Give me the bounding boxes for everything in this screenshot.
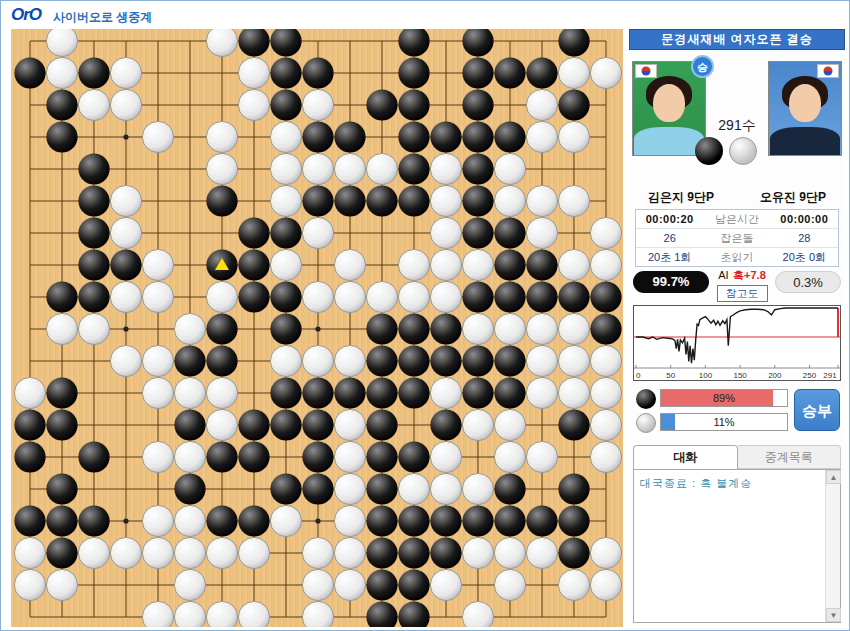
black-stone <box>398 29 429 57</box>
white-stone <box>110 185 141 216</box>
black-stone <box>590 281 621 312</box>
white-stone <box>590 57 621 88</box>
white-stone <box>46 57 77 88</box>
black-stone <box>174 345 205 376</box>
black-stone <box>398 185 429 216</box>
black-stone <box>366 601 397 627</box>
white-stone <box>174 505 205 536</box>
captures-label: 잡은돌 <box>703 229 770 247</box>
white-stone <box>270 249 301 280</box>
tab-broadcast-list[interactable]: 중계목록 <box>738 445 842 469</box>
black-stone <box>398 441 429 472</box>
black-stone <box>270 217 301 248</box>
ai-white-winrate-pill: 0.3% <box>775 271 841 293</box>
black-stone <box>78 153 109 184</box>
white-stone <box>206 601 237 627</box>
ai-black-winrate-pill: 99.7% <box>633 271 709 293</box>
white-stone <box>206 537 237 568</box>
black-stone <box>78 505 109 536</box>
white-stone <box>270 121 301 152</box>
white-captures: 28 <box>771 229 838 247</box>
white-stone <box>110 537 141 568</box>
black-stone <box>270 409 301 440</box>
black-stone <box>462 281 493 312</box>
chat-scrollbar[interactable]: ▲ ▼ <box>825 470 840 622</box>
black-stone <box>398 601 429 627</box>
go-board[interactable] <box>11 29 623 627</box>
white-stone <box>14 537 45 568</box>
black-stone <box>334 377 365 408</box>
black-stone <box>494 249 525 280</box>
white-stone <box>302 217 333 248</box>
white-stone <box>238 89 269 120</box>
match-title: 문경새재배 여자오픈 결승 <box>629 29 845 50</box>
scroll-down-icon[interactable]: ▼ <box>826 608 841 622</box>
white-stone <box>334 537 365 568</box>
cyberoro-live-page: OrO 사이버오로 생중계 문경새재배 여자오픈 결승 승 291수 김은지 9… <box>0 0 850 631</box>
white-player-photo <box>768 61 842 156</box>
black-stone <box>526 57 557 88</box>
x-tick-label: 250 <box>803 371 817 380</box>
white-stone <box>366 281 397 312</box>
black-stone <box>270 377 301 408</box>
white-stone <box>558 377 589 408</box>
white-stone <box>334 409 365 440</box>
black-stone <box>398 121 429 152</box>
black-stone <box>462 153 493 184</box>
black-stone <box>366 345 397 376</box>
black-stone <box>110 249 141 280</box>
black-stone <box>46 505 77 536</box>
black-stone <box>526 281 557 312</box>
chat-tabs: 대화 중계목록 <box>633 445 841 469</box>
white-stone <box>462 409 493 440</box>
black-stone <box>430 313 461 344</box>
black-stone <box>270 89 301 120</box>
time-label: 남은시간 <box>703 210 770 228</box>
white-stone <box>142 505 173 536</box>
white-stone <box>398 473 429 504</box>
black-stone <box>46 377 77 408</box>
black-stone <box>398 345 429 376</box>
white-stone <box>558 569 589 600</box>
black-stone <box>206 441 237 472</box>
captures-row: 26 잡은돌 28 <box>636 229 838 248</box>
white-stone <box>238 601 269 627</box>
white-stone <box>142 121 173 152</box>
white-stone <box>430 281 461 312</box>
white-stone <box>334 441 365 472</box>
black-prediction-pct: 89% <box>661 390 787 407</box>
black-stone <box>46 89 77 120</box>
white-stone <box>590 345 621 376</box>
ai-score: 흑+7.8 <box>733 269 766 281</box>
black-stone <box>462 345 493 376</box>
white-stone <box>206 377 237 408</box>
white-stone <box>238 57 269 88</box>
black-stone <box>206 345 237 376</box>
black-player-name: 김은지 9단P <box>621 189 741 206</box>
white-stone <box>334 345 365 376</box>
black-stone <box>78 217 109 248</box>
black-stone <box>78 281 109 312</box>
white-stone <box>110 217 141 248</box>
black-stone <box>46 121 77 152</box>
white-stone-icon <box>729 137 757 165</box>
prediction-block: 89% 11% 승부예측 <box>629 389 845 437</box>
white-stone <box>494 441 525 472</box>
chat-area[interactable]: 대국종료 : 흑 불계승 ▲ ▼ <box>633 469 841 623</box>
white-stone <box>590 537 621 568</box>
white-stone <box>142 377 173 408</box>
black-stone <box>206 313 237 344</box>
black-stone <box>366 441 397 472</box>
x-tick-label: 50 <box>666 371 675 380</box>
white-stone <box>174 441 205 472</box>
white-stone <box>430 217 461 248</box>
black-stone <box>334 185 365 216</box>
black-stone <box>78 249 109 280</box>
white-stone <box>334 505 365 536</box>
black-stone <box>46 281 77 312</box>
black-stone <box>270 57 301 88</box>
black-stone <box>398 153 429 184</box>
black-stone <box>494 121 525 152</box>
black-stone <box>430 409 461 440</box>
black-stone <box>430 505 461 536</box>
black-stone <box>334 121 365 152</box>
winner-badge: 승 <box>691 55 714 78</box>
white-stone <box>526 185 557 216</box>
white-stone <box>174 569 205 600</box>
korea-flag-icon <box>817 64 839 78</box>
black-stone <box>366 185 397 216</box>
white-stone <box>558 121 589 152</box>
time-row: 00:00:20 남은시간 00:00:00 <box>636 210 838 229</box>
face <box>653 84 685 122</box>
black-stone <box>302 377 333 408</box>
white-stone <box>174 313 205 344</box>
white-stone <box>462 601 493 627</box>
black-stone <box>558 505 589 536</box>
white-prediction-bar: 11% <box>660 413 788 431</box>
black-stone <box>302 441 333 472</box>
tab-chat[interactable]: 대화 <box>633 445 738 469</box>
white-stone <box>334 281 365 312</box>
white-stone <box>590 409 621 440</box>
black-stone <box>526 249 557 280</box>
black-stone <box>494 345 525 376</box>
black-stone <box>430 537 461 568</box>
white-stone <box>494 569 525 600</box>
white-stone <box>14 377 45 408</box>
black-stone <box>558 473 589 504</box>
winrate-line <box>636 308 838 363</box>
black-stone <box>558 281 589 312</box>
black-stone <box>366 505 397 536</box>
black-stone <box>206 185 237 216</box>
white-stone <box>590 441 621 472</box>
white-time: 00:00:00 <box>771 210 838 228</box>
white-stone <box>526 121 557 152</box>
black-stone <box>78 441 109 472</box>
reference-diagram-button[interactable]: 참고도 <box>717 285 768 302</box>
white-stone <box>590 249 621 280</box>
white-stone <box>14 569 45 600</box>
black-stone <box>78 185 109 216</box>
white-stone <box>174 601 205 627</box>
white-stone <box>78 537 109 568</box>
white-stone <box>142 345 173 376</box>
white-stone <box>526 217 557 248</box>
move-count: 291수 <box>707 117 767 135</box>
black-stone <box>462 185 493 216</box>
x-tick-label: 291 <box>823 371 837 380</box>
black-stone <box>14 441 45 472</box>
white-stone <box>46 29 77 57</box>
white-stone <box>206 121 237 152</box>
black-stone <box>462 121 493 152</box>
black-stone <box>366 89 397 120</box>
white-stone <box>110 89 141 120</box>
white-stone <box>590 217 621 248</box>
chat-message: 대국종료 : 흑 불계승 <box>640 476 752 491</box>
black-stone <box>238 441 269 472</box>
white-stone <box>558 313 589 344</box>
white-stone <box>142 537 173 568</box>
white-stone <box>526 345 557 376</box>
face <box>789 84 821 122</box>
black-stone <box>270 281 301 312</box>
black-stone <box>494 57 525 88</box>
white-stone <box>494 313 525 344</box>
black-stone <box>302 409 333 440</box>
black-stone <box>590 313 621 344</box>
shirt <box>770 127 840 155</box>
white-stone <box>430 377 461 408</box>
black-stone <box>366 537 397 568</box>
black-stone <box>462 377 493 408</box>
white-stone <box>366 153 397 184</box>
black-stone <box>462 29 493 57</box>
white-stone <box>558 345 589 376</box>
white-stone <box>238 537 269 568</box>
black-stone <box>462 505 493 536</box>
black-stone <box>14 505 45 536</box>
star-point <box>315 326 320 331</box>
black-stone <box>238 29 269 57</box>
white-stone <box>142 281 173 312</box>
black-stone <box>366 377 397 408</box>
black-stone <box>14 409 45 440</box>
header: OrO 사이버오로 생중계 <box>1 1 849 27</box>
black-stone-icon <box>695 137 723 165</box>
white-stone <box>78 89 109 120</box>
black-stone <box>558 537 589 568</box>
white-stone <box>494 537 525 568</box>
white-stone <box>206 281 237 312</box>
black-prediction-bar: 89% <box>660 389 788 407</box>
oro-logo-icon[interactable]: OrO <box>11 5 41 25</box>
x-tick-label: 150 <box>733 371 747 380</box>
black-stone <box>462 57 493 88</box>
black-stone <box>238 249 269 280</box>
white-stone <box>558 185 589 216</box>
white-prediction-pct: 11% <box>661 414 787 431</box>
black-stone <box>302 121 333 152</box>
white-stone <box>430 153 461 184</box>
star-point <box>123 326 128 331</box>
white-stone <box>526 89 557 120</box>
black-stone <box>238 409 269 440</box>
white-stone <box>430 569 461 600</box>
white-stone <box>302 569 333 600</box>
white-stone <box>142 441 173 472</box>
white-stone <box>334 473 365 504</box>
white-stone <box>206 29 237 57</box>
black-stone <box>46 409 77 440</box>
white-stone <box>334 569 365 600</box>
black-stone <box>494 377 525 408</box>
black-stone <box>558 29 589 57</box>
black-stone <box>302 185 333 216</box>
black-stone <box>366 313 397 344</box>
black-stone <box>398 57 429 88</box>
white-stone <box>302 89 333 120</box>
ai-eval: AI 흑+7.8 참고도 <box>711 265 773 302</box>
black-stone-icon <box>636 389 656 409</box>
black-stone <box>14 57 45 88</box>
black-stone <box>430 121 461 152</box>
white-stone <box>142 601 173 627</box>
korea-flag-icon <box>635 64 657 78</box>
x-tick-label: 200 <box>768 371 782 380</box>
white-stone <box>430 473 461 504</box>
white-stone <box>302 345 333 376</box>
black-stone <box>462 217 493 248</box>
white-stone <box>78 313 109 344</box>
white-stone-icon <box>636 413 656 433</box>
black-stone <box>238 505 269 536</box>
black-stone <box>302 57 333 88</box>
white-stone <box>590 569 621 600</box>
black-stone <box>78 57 109 88</box>
black-stone <box>398 313 429 344</box>
star-point <box>123 518 128 523</box>
black-stone <box>302 473 333 504</box>
black-stone <box>206 505 237 536</box>
black-stone <box>430 345 461 376</box>
black-stone <box>494 217 525 248</box>
black-stone <box>238 281 269 312</box>
white-stone <box>270 185 301 216</box>
white-stone <box>174 537 205 568</box>
black-stone <box>174 473 205 504</box>
black-stone <box>398 537 429 568</box>
black-stone <box>558 409 589 440</box>
black-time: 00:00:20 <box>636 210 703 228</box>
white-stone <box>462 537 493 568</box>
black-stone <box>494 473 525 504</box>
white-stone <box>494 153 525 184</box>
clock-table: 00:00:20 남은시간 00:00:00 26 잡은돌 28 20초 1회 … <box>635 209 839 267</box>
black-captures: 26 <box>636 229 703 247</box>
black-stone <box>494 505 525 536</box>
ai-label: AI <box>718 269 728 281</box>
white-stone <box>398 249 429 280</box>
winrate-graph[interactable]: 050100150200250291 <box>633 305 841 381</box>
black-stone <box>366 473 397 504</box>
black-stone <box>558 89 589 120</box>
white-byoyomi: 20초 0회 <box>771 248 838 267</box>
white-stone <box>526 313 557 344</box>
shirt <box>634 127 704 155</box>
star-point <box>123 134 128 139</box>
white-stone <box>526 537 557 568</box>
site-title: 사이버오로 생중계 <box>53 9 152 26</box>
white-stone <box>462 249 493 280</box>
white-stone <box>110 345 141 376</box>
black-stone <box>398 569 429 600</box>
black-stone <box>366 409 397 440</box>
black-stone <box>462 89 493 120</box>
black-stone <box>270 313 301 344</box>
white-stone <box>494 409 525 440</box>
white-stone <box>302 281 333 312</box>
x-tick-label: 100 <box>699 371 713 380</box>
scroll-up-icon[interactable]: ▲ <box>826 470 841 484</box>
white-stone <box>494 185 525 216</box>
black-stone <box>46 537 77 568</box>
black-stone <box>398 377 429 408</box>
black-stone <box>494 281 525 312</box>
white-stone <box>270 345 301 376</box>
white-stone <box>430 441 461 472</box>
white-stone <box>46 569 77 600</box>
white-stone <box>142 249 173 280</box>
white-stone <box>430 249 461 280</box>
white-stone <box>558 57 589 88</box>
white-stone <box>398 281 429 312</box>
white-stone <box>206 409 237 440</box>
black-stone <box>526 505 557 536</box>
white-stone <box>558 249 589 280</box>
white-stone <box>590 377 621 408</box>
white-stone <box>110 281 141 312</box>
black-stone <box>270 473 301 504</box>
white-stone <box>110 57 141 88</box>
white-stone <box>46 313 77 344</box>
x-tick-label: 0 <box>636 371 641 380</box>
white-stone <box>462 313 493 344</box>
white-stone <box>174 377 205 408</box>
star-point <box>315 518 320 523</box>
black-stone <box>270 29 301 57</box>
prediction-button[interactable]: 승부예측 <box>794 389 840 431</box>
white-stone <box>526 441 557 472</box>
black-stone <box>398 505 429 536</box>
white-stone <box>270 505 301 536</box>
white-stone <box>334 153 365 184</box>
white-stone <box>270 153 301 184</box>
white-stone <box>302 537 333 568</box>
black-stone <box>366 569 397 600</box>
white-player-name: 오유진 9단P <box>733 189 850 206</box>
black-stone <box>174 409 205 440</box>
white-stone <box>526 377 557 408</box>
info-panel: 문경새재배 여자오픈 결승 승 291수 김은지 9단P 오유진 9단P 00:… <box>629 29 845 627</box>
white-stone <box>302 601 333 627</box>
